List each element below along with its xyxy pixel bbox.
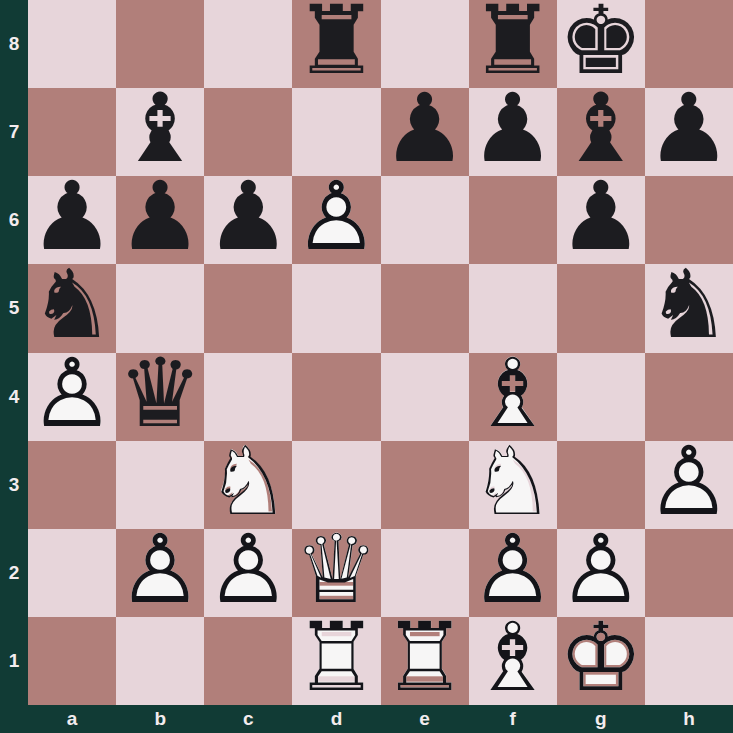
square-e6[interactable]	[381, 176, 469, 264]
white-bishop-outline: ♗	[470, 610, 555, 705]
piece-black-pawn[interactable]: ♟	[381, 88, 469, 176]
black-pawn-glyph: ♟	[470, 81, 555, 176]
square-e5[interactable]	[381, 264, 469, 352]
square-g5[interactable]	[557, 264, 645, 352]
square-a2[interactable]	[28, 529, 116, 617]
black-pawn-glyph: ♟	[206, 169, 291, 264]
chessboard-frame: 87654321 ♜♜♚♝♟♟♝♟♟♟♟♟♙♟♞♞♟♙♛♝♗♞♘♞♘♟♙♟♙♟♙…	[0, 0, 733, 733]
file-label-d: d	[292, 705, 380, 733]
black-pawn-glyph: ♟	[118, 169, 203, 264]
square-e1[interactable]: ♜♖	[381, 617, 469, 705]
square-d1[interactable]: ♜♖	[292, 617, 380, 705]
square-a1[interactable]	[28, 617, 116, 705]
square-a8[interactable]	[28, 0, 116, 88]
square-g6[interactable]: ♟	[557, 176, 645, 264]
rank-label-5: 5	[0, 264, 28, 352]
square-d4[interactable]	[292, 353, 380, 441]
piece-white-pawn[interactable]: ♟♙	[292, 176, 380, 264]
square-h7[interactable]: ♟	[645, 88, 733, 176]
square-c8[interactable]	[204, 0, 292, 88]
white-pawn-outline: ♙	[646, 433, 731, 528]
chess-board[interactable]: ♜♜♚♝♟♟♝♟♟♟♟♟♙♟♞♞♟♙♛♝♗♞♘♞♘♟♙♟♙♟♙♛♕♟♙♟♙♜♖♜…	[28, 0, 733, 705]
piece-white-rook[interactable]: ♜♖	[292, 617, 380, 705]
piece-black-pawn[interactable]: ♟	[116, 176, 204, 264]
rank-label-2: 2	[0, 529, 28, 617]
white-pawn-outline: ♙	[29, 345, 114, 440]
file-label-c: c	[204, 705, 292, 733]
rank-label-6: 6	[0, 176, 28, 264]
square-a3[interactable]	[28, 441, 116, 529]
rank-label-3: 3	[0, 441, 28, 529]
square-h5[interactable]: ♞	[645, 264, 733, 352]
black-pawn-glyph: ♟	[558, 169, 643, 264]
file-label-h: h	[645, 705, 733, 733]
black-knight-glyph: ♞	[646, 257, 731, 352]
square-c6[interactable]: ♟	[204, 176, 292, 264]
square-d5[interactable]	[292, 264, 380, 352]
file-label-f: f	[469, 705, 557, 733]
piece-white-rook[interactable]: ♜♖	[381, 617, 469, 705]
rank-labels: 87654321	[0, 0, 28, 705]
square-f1[interactable]: ♝♗	[469, 617, 557, 705]
square-h1[interactable]	[645, 617, 733, 705]
white-pawn-outline: ♙	[294, 169, 379, 264]
piece-black-pawn[interactable]: ♟	[557, 176, 645, 264]
rank-label-8: 8	[0, 0, 28, 88]
file-label-g: g	[557, 705, 645, 733]
rank-label-1: 1	[0, 617, 28, 705]
piece-white-bishop[interactable]: ♝♗	[469, 617, 557, 705]
square-b6[interactable]: ♟	[116, 176, 204, 264]
square-c5[interactable]	[204, 264, 292, 352]
piece-black-pawn[interactable]: ♟	[204, 176, 292, 264]
white-rook-outline: ♖	[382, 610, 467, 705]
black-rook-glyph: ♜	[294, 0, 379, 88]
piece-white-pawn[interactable]: ♟♙	[204, 529, 292, 617]
white-pawn-outline: ♙	[118, 522, 203, 617]
rank-label-7: 7	[0, 88, 28, 176]
square-c1[interactable]	[204, 617, 292, 705]
piece-white-pawn[interactable]: ♟♙	[28, 353, 116, 441]
black-queen-glyph: ♛	[118, 345, 203, 440]
black-pawn-glyph: ♟	[382, 81, 467, 176]
square-b1[interactable]	[116, 617, 204, 705]
white-king-outline: ♔	[558, 610, 643, 705]
piece-black-pawn[interactable]: ♟	[469, 88, 557, 176]
square-f6[interactable]	[469, 176, 557, 264]
square-b4[interactable]: ♛	[116, 353, 204, 441]
file-label-a: a	[28, 705, 116, 733]
black-pawn-glyph: ♟	[646, 81, 731, 176]
piece-white-king[interactable]: ♚♔	[557, 617, 645, 705]
piece-black-rook[interactable]: ♜	[292, 0, 380, 88]
piece-black-knight[interactable]: ♞	[645, 264, 733, 352]
piece-white-pawn[interactable]: ♟♙	[645, 441, 733, 529]
square-g4[interactable]	[557, 353, 645, 441]
file-labels: abcdefgh	[28, 705, 733, 733]
file-label-e: e	[381, 705, 469, 733]
square-b2[interactable]: ♟♙	[116, 529, 204, 617]
square-e3[interactable]	[381, 441, 469, 529]
white-pawn-outline: ♙	[206, 522, 291, 617]
file-label-b: b	[116, 705, 204, 733]
square-e4[interactable]	[381, 353, 469, 441]
square-h3[interactable]: ♟♙	[645, 441, 733, 529]
square-f7[interactable]: ♟	[469, 88, 557, 176]
square-a4[interactable]: ♟♙	[28, 353, 116, 441]
piece-white-pawn[interactable]: ♟♙	[116, 529, 204, 617]
piece-black-pawn[interactable]: ♟	[645, 88, 733, 176]
square-d8[interactable]: ♜	[292, 0, 380, 88]
square-d6[interactable]: ♟♙	[292, 176, 380, 264]
square-e7[interactable]: ♟	[381, 88, 469, 176]
piece-black-queen[interactable]: ♛	[116, 353, 204, 441]
square-h2[interactable]	[645, 529, 733, 617]
white-rook-outline: ♖	[294, 610, 379, 705]
rank-label-4: 4	[0, 353, 28, 441]
square-g1[interactable]: ♚♔	[557, 617, 645, 705]
square-c2[interactable]: ♟♙	[204, 529, 292, 617]
